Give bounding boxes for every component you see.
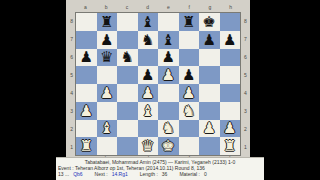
square-e5[interactable]: ♟ — [158, 66, 179, 84]
square-b5[interactable] — [97, 66, 118, 84]
square-g7[interactable]: ♟ — [199, 31, 220, 49]
square-h4[interactable] — [220, 84, 241, 102]
rank-label-3: 3 — [66, 102, 74, 120]
chess-app-area: abcdefgh 87654321 ♜♝♜♚♟♞♝♟♟♟♛♞♟♟♟♟♟♟♟♟♝♞… — [66, 0, 250, 180]
square-g5[interactable] — [199, 66, 220, 84]
square-e6[interactable]: ♟ — [158, 49, 179, 67]
square-e1[interactable]: ♚ — [158, 137, 179, 155]
black-bishop[interactable]: ♝ — [162, 32, 175, 48]
black-pawn[interactable]: ♟ — [80, 49, 93, 65]
square-b7[interactable]: ♟ — [97, 31, 118, 49]
square-a4[interactable] — [76, 84, 97, 102]
square-h3[interactable] — [220, 102, 241, 120]
square-g6[interactable] — [199, 49, 220, 67]
square-a6[interactable]: ♟ — [76, 49, 97, 67]
file-label-e: e — [158, 4, 179, 11]
white-bishop[interactable]: ♝ — [100, 120, 113, 136]
rank-label-7: 7 — [242, 30, 250, 48]
square-e4[interactable] — [158, 84, 179, 102]
square-f7[interactable] — [179, 31, 200, 49]
file-label-g: g — [200, 4, 221, 11]
rank-label-8: 8 — [66, 12, 74, 30]
letterbox-left — [0, 0, 66, 180]
square-d5[interactable]: ♟ — [138, 66, 159, 84]
square-d3[interactable]: ♝ — [138, 102, 159, 120]
rank-label-8: 8 — [242, 12, 250, 30]
file-labels-top: abcdefgh — [75, 4, 241, 11]
square-h8[interactable] — [220, 13, 241, 31]
black-pawn[interactable]: ♟ — [223, 32, 236, 48]
status-line: 13 ... Qb6 Next : 14.Rg1 Length : 36 Mat… — [58, 171, 264, 177]
white-rook[interactable]: ♜ — [223, 138, 236, 154]
square-c7[interactable] — [117, 31, 138, 49]
square-f5[interactable]: ♟ — [179, 66, 200, 84]
white-king[interactable]: ♚ — [162, 138, 175, 154]
file-label-c: c — [117, 4, 138, 11]
square-h2[interactable]: ♟ — [220, 120, 241, 138]
rank-label-6: 6 — [66, 48, 74, 66]
file-label-d: d — [137, 4, 158, 11]
white-pawn[interactable]: ♟ — [203, 120, 216, 136]
length-label: Length : — [140, 171, 158, 177]
black-king[interactable]: ♚ — [203, 14, 216, 30]
white-knight[interactable]: ♞ — [182, 103, 195, 119]
rank-label-2: 2 — [242, 120, 250, 138]
square-g3[interactable] — [199, 102, 220, 120]
square-d8[interactable]: ♝ — [138, 13, 159, 31]
rank-label-3: 3 — [242, 102, 250, 120]
square-d6[interactable] — [138, 49, 159, 67]
black-rook[interactable]: ♜ — [182, 14, 195, 30]
rank-label-4: 4 — [242, 84, 250, 102]
square-e8[interactable] — [158, 13, 179, 31]
game-info-panel: Tabatabaei, Mohammad Amin (2475) — Karim… — [56, 157, 264, 180]
letterbox-right — [250, 0, 320, 180]
black-rook[interactable]: ♜ — [100, 14, 113, 30]
square-h7[interactable]: ♟ — [220, 31, 241, 49]
black-queen[interactable]: ♛ — [100, 49, 113, 65]
square-g1[interactable] — [199, 137, 220, 155]
rank-label-5: 5 — [66, 66, 74, 84]
rank-label-2: 2 — [66, 120, 74, 138]
rank-labels-left: 87654321 — [66, 12, 74, 156]
rank-labels-right: 87654321 — [242, 12, 250, 156]
square-b1[interactable] — [97, 137, 118, 155]
white-pawn[interactable]: ♟ — [182, 85, 195, 101]
square-f1[interactable] — [179, 137, 200, 155]
square-h6[interactable] — [220, 49, 241, 67]
square-c8[interactable] — [117, 13, 138, 31]
square-g8[interactable]: ♚ — [199, 13, 220, 31]
square-f3[interactable]: ♞ — [179, 102, 200, 120]
material-value: 0 — [204, 171, 207, 177]
white-queen[interactable]: ♛ — [141, 138, 154, 154]
square-a1[interactable]: ♜ — [76, 137, 97, 155]
rank-label-1: 1 — [242, 138, 250, 156]
rank-label-6: 6 — [242, 48, 250, 66]
square-b6[interactable]: ♛ — [97, 49, 118, 67]
white-rook[interactable]: ♜ — [80, 138, 93, 154]
square-f8[interactable]: ♜ — [179, 13, 200, 31]
square-d2[interactable] — [138, 120, 159, 138]
black-pawn[interactable]: ♟ — [182, 67, 195, 83]
square-b2[interactable]: ♝ — [97, 120, 118, 138]
black-pawn[interactable]: ♟ — [162, 49, 175, 65]
next-label: Next : — [95, 171, 108, 177]
rank-label-4: 4 — [66, 84, 74, 102]
square-f2[interactable] — [179, 120, 200, 138]
black-bishop[interactable]: ♝ — [141, 14, 154, 30]
white-pawn[interactable]: ♟ — [223, 120, 236, 136]
black-pawn[interactable]: ♟ — [100, 32, 113, 48]
rank-label-7: 7 — [66, 30, 74, 48]
square-a7[interactable] — [76, 31, 97, 49]
file-label-h: h — [220, 4, 241, 11]
square-h5[interactable] — [220, 66, 241, 84]
square-a2[interactable] — [76, 120, 97, 138]
square-c4[interactable] — [117, 84, 138, 102]
material-label: Material : — [179, 171, 200, 177]
square-c5[interactable] — [117, 66, 138, 84]
square-h1[interactable]: ♜ — [220, 137, 241, 155]
rank-label-1: 1 — [66, 138, 74, 156]
square-c6[interactable]: ♞ — [117, 49, 138, 67]
square-e2[interactable]: ♞ — [158, 120, 179, 138]
file-label-a: a — [75, 4, 96, 11]
chess-board[interactable]: ♜♝♜♚♟♞♝♟♟♟♛♞♟♟♟♟♟♟♟♟♝♞♝♞♟♟♜♛♚♜ — [75, 12, 241, 156]
square-d7[interactable]: ♞ — [138, 31, 159, 49]
square-a8[interactable] — [76, 13, 97, 31]
white-bishop[interactable]: ♝ — [141, 103, 154, 119]
black-knight[interactable]: ♞ — [141, 32, 154, 48]
square-g2[interactable]: ♟ — [199, 120, 220, 138]
square-g4[interactable] — [199, 84, 220, 102]
square-f6[interactable] — [179, 49, 200, 67]
square-f4[interactable]: ♟ — [179, 84, 200, 102]
rank-label-5: 5 — [242, 66, 250, 84]
white-knight[interactable]: ♞ — [162, 120, 175, 136]
move-number: 13 ... — [58, 171, 69, 177]
white-pawn[interactable]: ♟ — [100, 85, 113, 101]
square-c1[interactable] — [117, 137, 138, 155]
length-value: 36 — [162, 171, 168, 177]
square-c2[interactable] — [117, 120, 138, 138]
file-label-b: b — [96, 4, 117, 11]
square-e3[interactable] — [158, 102, 179, 120]
square-b8[interactable]: ♜ — [97, 13, 118, 31]
black-pawn[interactable]: ♟ — [203, 32, 216, 48]
black-pawn[interactable]: ♟ — [141, 67, 154, 83]
white-pawn[interactable]: ♟ — [141, 85, 154, 101]
square-d4[interactable]: ♟ — [138, 84, 159, 102]
square-d1[interactable]: ♛ — [138, 137, 159, 155]
next-move[interactable]: 14.Rg1 — [112, 171, 128, 177]
square-e7[interactable]: ♝ — [158, 31, 179, 49]
square-b3[interactable] — [97, 102, 118, 120]
square-c3[interactable] — [117, 102, 138, 120]
file-label-f: f — [179, 4, 200, 11]
square-a5[interactable] — [76, 66, 97, 84]
white-pawn[interactable]: ♟ — [80, 103, 93, 119]
last-move[interactable]: Qb6 — [73, 171, 82, 177]
black-knight[interactable]: ♞ — [121, 49, 134, 65]
white-pawn[interactable]: ♟ — [162, 67, 175, 83]
square-b4[interactable]: ♟ — [97, 84, 118, 102]
square-a3[interactable]: ♟ — [76, 102, 97, 120]
